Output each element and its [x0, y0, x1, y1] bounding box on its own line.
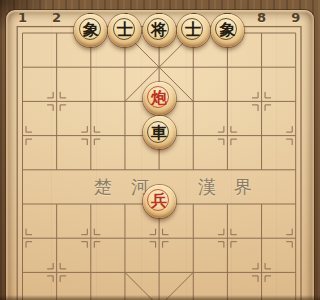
piece-glyph: 士: [117, 22, 133, 38]
river-label-right: 漢界: [198, 177, 270, 196]
piece-black-elephant[interactable]: 象: [74, 14, 107, 47]
piece-black-chariot[interactable]: 車: [143, 116, 176, 149]
piece-black-general[interactable]: 将: [143, 14, 176, 47]
piece-red-cannon[interactable]: 炮: [143, 82, 176, 115]
file-label-2: 2: [52, 11, 61, 24]
piece-glyph: 車: [151, 125, 167, 141]
piece-black-advisor[interactable]: 士: [177, 14, 210, 47]
piece-glyph: 炮: [151, 90, 167, 106]
file-label-8: 8: [257, 11, 266, 24]
piece-black-advisor[interactable]: 士: [108, 14, 141, 47]
piece-glyph: 兵: [151, 193, 167, 209]
piece-glyph: 士: [185, 22, 201, 38]
piece-glyph: 将: [151, 22, 167, 38]
bottom-edge-shadow: [0, 295, 320, 300]
piece-glyph: 象: [83, 22, 99, 38]
xiangqi-app-view: 123456789 楚河 漢界 象士将士象炮車兵: [0, 0, 320, 300]
file-label-1: 1: [18, 11, 27, 24]
piece-black-elephant[interactable]: 象: [211, 14, 244, 47]
piece-red-soldier[interactable]: 兵: [143, 185, 176, 218]
piece-glyph: 象: [219, 22, 235, 38]
file-label-9: 9: [291, 11, 300, 24]
board-panel[interactable]: [6, 10, 314, 300]
